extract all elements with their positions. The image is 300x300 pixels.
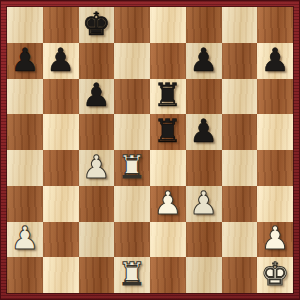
square-b2[interactable] [43,222,79,258]
square-f5[interactable]: ♟ [186,114,222,150]
square-f6[interactable] [186,79,222,115]
square-a3[interactable] [7,186,43,222]
square-a6[interactable] [7,79,43,115]
square-h1[interactable]: ♚ [257,257,293,293]
square-h6[interactable] [257,79,293,115]
square-b4[interactable] [43,150,79,186]
square-g1[interactable] [222,257,258,293]
square-e1[interactable] [150,257,186,293]
square-d2[interactable] [114,222,150,258]
square-c8[interactable]: ♚ [79,7,115,43]
square-f2[interactable] [186,222,222,258]
piece-black-rook[interactable]: ♜ [154,79,183,111]
square-e6[interactable]: ♜ [150,79,186,115]
square-g7[interactable] [222,43,258,79]
square-a2[interactable]: ♟ [7,222,43,258]
square-d8[interactable] [114,7,150,43]
square-b7[interactable]: ♟ [43,43,79,79]
piece-white-pawn[interactable]: ♟ [261,222,290,254]
square-b5[interactable] [43,114,79,150]
square-h7[interactable]: ♟ [257,43,293,79]
square-e4[interactable] [150,150,186,186]
square-h5[interactable] [257,114,293,150]
square-g6[interactable] [222,79,258,115]
square-g2[interactable] [222,222,258,258]
square-c5[interactable] [79,114,115,150]
square-g3[interactable] [222,186,258,222]
square-c7[interactable] [79,43,115,79]
square-b6[interactable] [43,79,79,115]
square-f3[interactable]: ♟ [186,186,222,222]
board-frame: ♚♟♟♟♟♟♜♜♟♟♜♟♟♟♟♜♚ [0,0,300,300]
piece-black-rook[interactable]: ♜ [154,115,183,147]
square-e7[interactable] [150,43,186,79]
square-f8[interactable] [186,7,222,43]
chess-board: ♚♟♟♟♟♟♜♜♟♟♜♟♟♟♟♜♚ [7,7,293,293]
square-g5[interactable] [222,114,258,150]
piece-black-king[interactable]: ♚ [82,8,111,40]
square-c6[interactable]: ♟ [79,79,115,115]
square-d7[interactable] [114,43,150,79]
square-h2[interactable]: ♟ [257,222,293,258]
piece-black-pawn[interactable]: ♟ [46,44,75,76]
square-f7[interactable]: ♟ [186,43,222,79]
square-e8[interactable] [150,7,186,43]
square-g8[interactable] [222,7,258,43]
square-e3[interactable]: ♟ [150,186,186,222]
piece-white-pawn[interactable]: ♟ [189,187,218,219]
square-d1[interactable]: ♜ [114,257,150,293]
piece-black-pawn[interactable]: ♟ [11,44,40,76]
square-h3[interactable] [257,186,293,222]
piece-black-pawn[interactable]: ♟ [261,44,290,76]
piece-white-rook[interactable]: ♜ [118,151,147,183]
square-f1[interactable] [186,257,222,293]
square-d5[interactable] [114,114,150,150]
square-b8[interactable] [43,7,79,43]
piece-white-pawn[interactable]: ♟ [11,222,40,254]
piece-white-pawn[interactable]: ♟ [154,187,183,219]
square-b3[interactable] [43,186,79,222]
square-d6[interactable] [114,79,150,115]
square-h4[interactable] [257,150,293,186]
square-e2[interactable] [150,222,186,258]
square-g4[interactable] [222,150,258,186]
square-a5[interactable] [7,114,43,150]
square-a8[interactable] [7,7,43,43]
square-c4[interactable]: ♟ [79,150,115,186]
square-e5[interactable]: ♜ [150,114,186,150]
square-c3[interactable] [79,186,115,222]
square-c2[interactable] [79,222,115,258]
piece-black-pawn[interactable]: ♟ [82,79,111,111]
square-b1[interactable] [43,257,79,293]
square-a4[interactable] [7,150,43,186]
square-a7[interactable]: ♟ [7,43,43,79]
square-a1[interactable] [7,257,43,293]
square-d4[interactable]: ♜ [114,150,150,186]
piece-white-king[interactable]: ♚ [261,258,290,290]
piece-white-rook[interactable]: ♜ [118,258,147,290]
square-h8[interactable] [257,7,293,43]
piece-black-pawn[interactable]: ♟ [189,115,218,147]
piece-black-pawn[interactable]: ♟ [189,44,218,76]
square-f4[interactable] [186,150,222,186]
square-c1[interactable] [79,257,115,293]
square-d3[interactable] [114,186,150,222]
piece-white-pawn[interactable]: ♟ [82,151,111,183]
